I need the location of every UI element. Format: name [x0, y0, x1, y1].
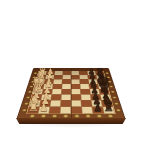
- piece-white-bishop: ♝: [35, 73, 46, 85]
- piece-black-pawn: ♟: [93, 103, 102, 113]
- piece-white-pawn: ♟: [46, 72, 53, 80]
- piece-black-rook: ♜: [96, 67, 104, 76]
- piece-black-knight: ♞: [101, 94, 112, 106]
- chess-set-photo: ♜♟♟♜♞♟♟♞♝♟♟♝♚♟♟♚♛♟♟♛♝♟♟♝♞♟♟♞♜♟♟♜: [0, 0, 142, 142]
- piece-black-queen: ♛: [98, 80, 111, 95]
- piece-black-pawn: ♟: [89, 72, 96, 80]
- piece-black-pawn: ♟: [91, 86, 99, 95]
- piece-white-pawn: ♟: [45, 76, 52, 84]
- piece-black-pawn: ♟: [89, 76, 96, 84]
- piece-white-pawn: ♟: [47, 68, 54, 76]
- piece-white-pawn: ♟: [41, 97, 50, 107]
- piece-black-pawn: ♟: [92, 97, 101, 107]
- piece-black-rook: ♜: [103, 101, 114, 113]
- piece-white-knight: ♞: [37, 70, 46, 80]
- piece-white-pawn: ♟: [42, 91, 50, 100]
- pieces-layer: ♜♟♟♜♞♟♟♞♝♟♟♝♚♟♟♚♛♟♟♛♝♟♟♝♞♟♟♞♜♟♟♜: [0, 0, 142, 142]
- piece-white-king: ♚: [33, 75, 46, 90]
- piece-white-pawn: ♟: [43, 86, 51, 95]
- piece-white-bishop: ♝: [31, 87, 43, 100]
- piece-white-rook: ♜: [28, 101, 39, 113]
- piece-white-rook: ♜: [38, 67, 46, 76]
- piece-black-knight: ♞: [96, 70, 105, 80]
- piece-white-pawn: ♟: [40, 103, 49, 113]
- piece-black-bishop: ♝: [97, 73, 108, 85]
- piece-black-king: ♚: [96, 75, 109, 90]
- piece-black-pawn: ♟: [92, 91, 100, 100]
- piece-white-pawn: ♟: [44, 81, 52, 90]
- piece-black-pawn: ♟: [88, 68, 95, 76]
- piece-black-pawn: ♟: [90, 81, 98, 90]
- piece-black-bishop: ♝: [100, 87, 112, 100]
- piece-white-knight: ♞: [29, 94, 40, 106]
- piece-white-queen: ♛: [31, 80, 44, 95]
